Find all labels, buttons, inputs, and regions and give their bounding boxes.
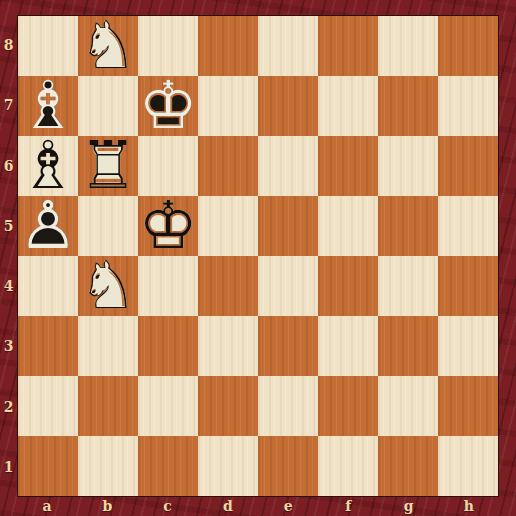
square-g8[interactable] xyxy=(378,16,438,76)
square-b7[interactable] xyxy=(78,76,138,136)
square-h4[interactable] xyxy=(438,256,498,316)
rank-labels: 87654321 xyxy=(0,15,17,497)
square-a1[interactable] xyxy=(18,436,78,496)
square-a6[interactable]: ♝♗ xyxy=(18,136,78,196)
square-h5[interactable] xyxy=(438,196,498,256)
square-d4[interactable] xyxy=(198,256,258,316)
square-e1[interactable] xyxy=(258,436,318,496)
piece-fill-glyph: ♜ xyxy=(78,136,138,196)
square-d6[interactable] xyxy=(198,136,258,196)
square-g5[interactable] xyxy=(378,196,438,256)
square-f8[interactable] xyxy=(318,16,378,76)
file-label-h: h xyxy=(439,497,499,516)
piece-outline-glyph: ♔ xyxy=(138,196,198,256)
piece-outline-glyph: ♙ xyxy=(18,196,78,256)
square-a2[interactable] xyxy=(18,376,78,436)
square-f4[interactable] xyxy=(318,256,378,316)
square-d3[interactable] xyxy=(198,316,258,376)
piece-outline-glyph: ♘ xyxy=(78,256,138,316)
rank-label-2: 2 xyxy=(0,377,17,437)
piece-outline-glyph: ♗ xyxy=(18,136,78,196)
square-b5[interactable] xyxy=(78,196,138,256)
chessboard: ♞♘♝♗♚♔♝♗♜♖♟♙♚♔♞♘ xyxy=(17,15,499,497)
piece-outline-glyph: ♗ xyxy=(18,76,78,136)
square-g7[interactable] xyxy=(378,76,438,136)
file-labels: abcdefgh xyxy=(17,497,499,516)
file-label-g: g xyxy=(379,497,439,516)
square-h8[interactable] xyxy=(438,16,498,76)
square-f2[interactable] xyxy=(318,376,378,436)
file-label-b: b xyxy=(77,497,137,516)
square-a3[interactable] xyxy=(18,316,78,376)
square-h6[interactable] xyxy=(438,136,498,196)
square-c6[interactable] xyxy=(138,136,198,196)
file-label-f: f xyxy=(318,497,378,516)
rank-label-1: 1 xyxy=(0,437,17,497)
square-g2[interactable] xyxy=(378,376,438,436)
piece-fill-glyph: ♝ xyxy=(18,136,78,196)
square-c5[interactable]: ♚♔ xyxy=(138,196,198,256)
rank-label-4: 4 xyxy=(0,256,17,316)
chessboard-frame: 87654321 abcdefgh ♞♘♝♗♚♔♝♗♜♖♟♙♚♔♞♘ xyxy=(0,0,516,516)
square-b3[interactable] xyxy=(78,316,138,376)
white-knight[interactable]: ♞♘ xyxy=(78,256,138,316)
square-a7[interactable]: ♝♗ xyxy=(18,76,78,136)
square-g1[interactable] xyxy=(378,436,438,496)
square-h2[interactable] xyxy=(438,376,498,436)
square-d1[interactable] xyxy=(198,436,258,496)
square-f6[interactable] xyxy=(318,136,378,196)
black-pawn[interactable]: ♟♙ xyxy=(18,196,78,256)
square-f3[interactable] xyxy=(318,316,378,376)
white-knight[interactable]: ♞♘ xyxy=(78,16,138,76)
square-d5[interactable] xyxy=(198,196,258,256)
square-a4[interactable] xyxy=(18,256,78,316)
white-rook[interactable]: ♜♖ xyxy=(78,136,138,196)
square-b4[interactable]: ♞♘ xyxy=(78,256,138,316)
square-e2[interactable] xyxy=(258,376,318,436)
piece-fill-glyph: ♝ xyxy=(18,76,78,136)
rank-label-5: 5 xyxy=(0,196,17,256)
square-g3[interactable] xyxy=(378,316,438,376)
square-e6[interactable] xyxy=(258,136,318,196)
square-g6[interactable] xyxy=(378,136,438,196)
square-h3[interactable] xyxy=(438,316,498,376)
square-c4[interactable] xyxy=(138,256,198,316)
square-c2[interactable] xyxy=(138,376,198,436)
square-h7[interactable] xyxy=(438,76,498,136)
square-d7[interactable] xyxy=(198,76,258,136)
square-d8[interactable] xyxy=(198,16,258,76)
square-a8[interactable] xyxy=(18,16,78,76)
piece-fill-glyph: ♞ xyxy=(78,16,138,76)
square-e4[interactable] xyxy=(258,256,318,316)
black-king[interactable]: ♚♔ xyxy=(138,76,198,136)
piece-fill-glyph: ♟ xyxy=(18,196,78,256)
square-b1[interactable] xyxy=(78,436,138,496)
rank-label-7: 7 xyxy=(0,75,17,135)
square-g4[interactable] xyxy=(378,256,438,316)
square-e8[interactable] xyxy=(258,16,318,76)
piece-outline-glyph: ♘ xyxy=(78,16,138,76)
piece-fill-glyph: ♚ xyxy=(138,76,198,136)
rank-label-6: 6 xyxy=(0,136,17,196)
file-label-d: d xyxy=(198,497,258,516)
file-label-a: a xyxy=(17,497,77,516)
square-e3[interactable] xyxy=(258,316,318,376)
white-bishop[interactable]: ♝♗ xyxy=(18,136,78,196)
piece-outline-glyph: ♖ xyxy=(78,136,138,196)
square-b2[interactable] xyxy=(78,376,138,436)
white-king[interactable]: ♚♔ xyxy=(138,196,198,256)
square-e7[interactable] xyxy=(258,76,318,136)
square-c8[interactable] xyxy=(138,16,198,76)
file-label-c: c xyxy=(138,497,198,516)
square-h1[interactable] xyxy=(438,436,498,496)
square-d2[interactable] xyxy=(198,376,258,436)
piece-fill-glyph: ♞ xyxy=(78,256,138,316)
file-label-e: e xyxy=(258,497,318,516)
rank-label-8: 8 xyxy=(0,15,17,75)
black-bishop[interactable]: ♝♗ xyxy=(18,76,78,136)
piece-outline-glyph: ♔ xyxy=(138,76,198,136)
square-c7[interactable]: ♚♔ xyxy=(138,76,198,136)
square-b6[interactable]: ♜♖ xyxy=(78,136,138,196)
square-f1[interactable] xyxy=(318,436,378,496)
square-f7[interactable] xyxy=(318,76,378,136)
piece-fill-glyph: ♚ xyxy=(138,196,198,256)
square-c1[interactable] xyxy=(138,436,198,496)
square-a5[interactable]: ♟♙ xyxy=(18,196,78,256)
rank-label-3: 3 xyxy=(0,316,17,376)
square-f5[interactable] xyxy=(318,196,378,256)
square-c3[interactable] xyxy=(138,316,198,376)
square-e5[interactable] xyxy=(258,196,318,256)
square-b8[interactable]: ♞♘ xyxy=(78,16,138,76)
